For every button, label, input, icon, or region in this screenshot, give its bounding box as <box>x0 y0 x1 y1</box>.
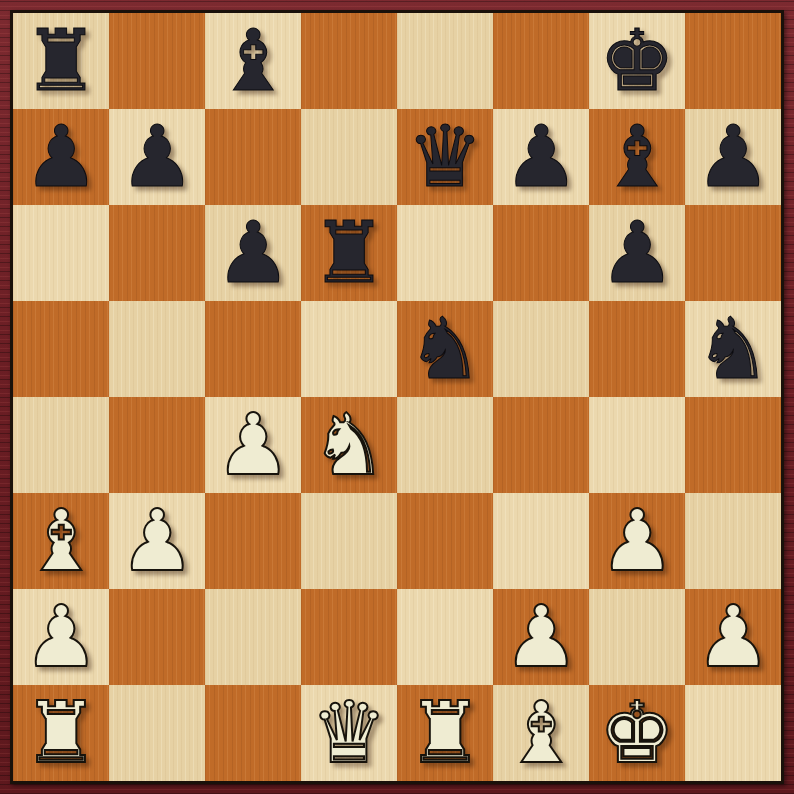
square-e2[interactable] <box>397 589 493 685</box>
black-pawn[interactable]: ♟ <box>23 109 99 205</box>
square-b2[interactable] <box>109 589 205 685</box>
black-bishop[interactable]: ♝ <box>215 13 291 109</box>
square-g8[interactable]: ♚ <box>589 13 685 109</box>
black-knight[interactable]: ♞ <box>407 301 483 397</box>
square-b6[interactable] <box>109 205 205 301</box>
square-f2[interactable]: ♟ <box>493 589 589 685</box>
square-d1[interactable]: ♛ <box>301 685 397 781</box>
square-f6[interactable] <box>493 205 589 301</box>
square-f7[interactable]: ♟ <box>493 109 589 205</box>
black-rook[interactable]: ♜ <box>23 13 99 109</box>
square-c1[interactable] <box>205 685 301 781</box>
square-c3[interactable] <box>205 493 301 589</box>
chess-board: ♜♝♚♟♟♛♟♝♟♟♜♟♞♞♟♞♝♟♟♟♟♟♜♛♜♝♚ <box>13 13 781 781</box>
white-pawn[interactable]: ♟ <box>215 397 291 493</box>
white-king[interactable]: ♚ <box>599 685 675 781</box>
square-b1[interactable] <box>109 685 205 781</box>
square-e1[interactable]: ♜ <box>397 685 493 781</box>
square-e5[interactable]: ♞ <box>397 301 493 397</box>
square-e4[interactable] <box>397 397 493 493</box>
square-f1[interactable]: ♝ <box>493 685 589 781</box>
square-b8[interactable] <box>109 13 205 109</box>
square-d3[interactable] <box>301 493 397 589</box>
square-g5[interactable] <box>589 301 685 397</box>
square-f4[interactable] <box>493 397 589 493</box>
square-f5[interactable] <box>493 301 589 397</box>
white-pawn[interactable]: ♟ <box>695 589 771 685</box>
square-e3[interactable] <box>397 493 493 589</box>
white-rook[interactable]: ♜ <box>23 685 99 781</box>
square-d8[interactable] <box>301 13 397 109</box>
square-c4[interactable]: ♟ <box>205 397 301 493</box>
square-a1[interactable]: ♜ <box>13 685 109 781</box>
black-pawn[interactable]: ♟ <box>599 205 675 301</box>
square-a7[interactable]: ♟ <box>13 109 109 205</box>
square-h4[interactable] <box>685 397 781 493</box>
black-pawn[interactable]: ♟ <box>215 205 291 301</box>
black-rook[interactable]: ♜ <box>311 205 387 301</box>
white-rook[interactable]: ♜ <box>407 685 483 781</box>
square-d2[interactable] <box>301 589 397 685</box>
square-e7[interactable]: ♛ <box>397 109 493 205</box>
black-pawn[interactable]: ♟ <box>503 109 579 205</box>
white-bishop[interactable]: ♝ <box>503 685 579 781</box>
square-h1[interactable] <box>685 685 781 781</box>
board-edge-line: ♜♝♚♟♟♛♟♝♟♟♜♟♞♞♟♞♝♟♟♟♟♟♜♛♜♝♚ <box>10 10 784 784</box>
square-f8[interactable] <box>493 13 589 109</box>
square-a4[interactable] <box>13 397 109 493</box>
square-f3[interactable] <box>493 493 589 589</box>
square-a8[interactable]: ♜ <box>13 13 109 109</box>
square-d7[interactable] <box>301 109 397 205</box>
square-a6[interactable] <box>13 205 109 301</box>
square-h2[interactable]: ♟ <box>685 589 781 685</box>
chess-board-frame: ♜♝♚♟♟♛♟♝♟♟♜♟♞♞♟♞♝♟♟♟♟♟♜♛♜♝♚ <box>0 0 794 794</box>
square-h7[interactable]: ♟ <box>685 109 781 205</box>
white-pawn[interactable]: ♟ <box>599 493 675 589</box>
black-pawn[interactable]: ♟ <box>119 109 195 205</box>
square-g1[interactable]: ♚ <box>589 685 685 781</box>
square-b4[interactable] <box>109 397 205 493</box>
square-h3[interactable] <box>685 493 781 589</box>
white-knight[interactable]: ♞ <box>311 397 387 493</box>
square-c5[interactable] <box>205 301 301 397</box>
square-a5[interactable] <box>13 301 109 397</box>
square-h8[interactable] <box>685 13 781 109</box>
black-queen[interactable]: ♛ <box>407 109 483 205</box>
square-h6[interactable] <box>685 205 781 301</box>
white-pawn[interactable]: ♟ <box>503 589 579 685</box>
square-b3[interactable]: ♟ <box>109 493 205 589</box>
black-pawn[interactable]: ♟ <box>695 109 771 205</box>
square-g2[interactable] <box>589 589 685 685</box>
square-a3[interactable]: ♝ <box>13 493 109 589</box>
square-d4[interactable]: ♞ <box>301 397 397 493</box>
square-e8[interactable] <box>397 13 493 109</box>
square-g7[interactable]: ♝ <box>589 109 685 205</box>
black-bishop[interactable]: ♝ <box>599 109 675 205</box>
black-knight[interactable]: ♞ <box>695 301 771 397</box>
white-queen[interactable]: ♛ <box>311 685 387 781</box>
white-pawn[interactable]: ♟ <box>119 493 195 589</box>
square-b5[interactable] <box>109 301 205 397</box>
square-c2[interactable] <box>205 589 301 685</box>
square-b7[interactable]: ♟ <box>109 109 205 205</box>
square-g6[interactable]: ♟ <box>589 205 685 301</box>
square-c7[interactable] <box>205 109 301 205</box>
square-e6[interactable] <box>397 205 493 301</box>
square-h5[interactable]: ♞ <box>685 301 781 397</box>
square-g4[interactable] <box>589 397 685 493</box>
square-a2[interactable]: ♟ <box>13 589 109 685</box>
white-pawn[interactable]: ♟ <box>23 589 99 685</box>
black-king[interactable]: ♚ <box>599 13 675 109</box>
square-c8[interactable]: ♝ <box>205 13 301 109</box>
white-bishop[interactable]: ♝ <box>23 493 99 589</box>
square-d6[interactable]: ♜ <box>301 205 397 301</box>
square-d5[interactable] <box>301 301 397 397</box>
square-c6[interactable]: ♟ <box>205 205 301 301</box>
square-g3[interactable]: ♟ <box>589 493 685 589</box>
